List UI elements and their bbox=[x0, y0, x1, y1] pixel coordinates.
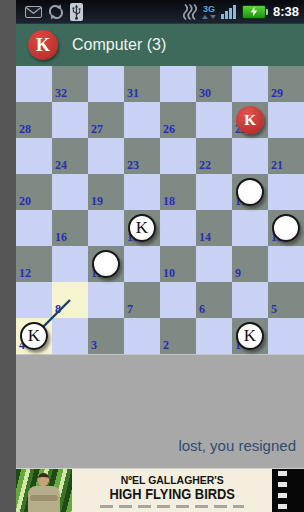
square-number: 6 bbox=[199, 302, 205, 317]
white-man-piece[interactable] bbox=[236, 178, 264, 206]
light-square[interactable] bbox=[196, 318, 232, 354]
light-square[interactable] bbox=[124, 174, 160, 210]
white-man-piece[interactable] bbox=[272, 214, 300, 242]
light-square[interactable] bbox=[16, 210, 52, 246]
data-arrows-icon bbox=[202, 15, 216, 19]
game-result-message: lost, you resigned bbox=[178, 437, 296, 454]
square-number: 21 bbox=[271, 158, 283, 173]
light-square[interactable] bbox=[160, 138, 196, 174]
battery-charging-icon bbox=[242, 5, 266, 19]
square-number: 2 bbox=[163, 338, 169, 353]
light-square[interactable] bbox=[88, 138, 124, 174]
square-10[interactable]: 10 bbox=[160, 246, 196, 282]
square-15[interactable]: 15K bbox=[124, 210, 160, 246]
ad-album-title: HIGH FLYING BIRDS bbox=[109, 487, 234, 502]
ad-banner[interactable]: NºEL GALLAGHER'S HIGH FLYING BIRDS bbox=[16, 468, 304, 512]
square-number: 22 bbox=[199, 158, 211, 173]
square-20[interactable]: 20 bbox=[16, 174, 52, 210]
square-8[interactable]: 8 bbox=[52, 282, 88, 318]
square-18[interactable]: 18 bbox=[160, 174, 196, 210]
network-waves-icon bbox=[183, 4, 197, 20]
clock: 8:38 bbox=[273, 4, 299, 19]
square-13[interactable]: 13 bbox=[268, 210, 304, 246]
light-square[interactable] bbox=[268, 318, 304, 354]
square-number: 31 bbox=[127, 86, 139, 101]
square-28[interactable]: 28 bbox=[16, 102, 52, 138]
light-square[interactable] bbox=[88, 282, 124, 318]
light-square[interactable] bbox=[268, 102, 304, 138]
game-header: K Computer (3) bbox=[16, 24, 304, 66]
light-square[interactable] bbox=[52, 246, 88, 282]
square-number: 5 bbox=[271, 302, 277, 317]
square-number: 19 bbox=[91, 194, 103, 209]
square-number: 24 bbox=[55, 158, 67, 173]
red-king-piece[interactable]: K bbox=[236, 106, 264, 134]
phone-screen: 3G 8:38 K Computer (3) 3231302928272625K… bbox=[16, 0, 304, 512]
light-square[interactable] bbox=[232, 66, 268, 102]
square-24[interactable]: 24 bbox=[52, 138, 88, 174]
square-number: 9 bbox=[235, 266, 241, 281]
square-number: 8 bbox=[55, 302, 61, 317]
ad-text-area: NºEL GALLAGHER'S HIGH FLYING BIRDS bbox=[72, 469, 272, 512]
network-type-indicator: 3G bbox=[202, 5, 216, 19]
email-icon bbox=[25, 6, 42, 18]
square-3[interactable]: 3 bbox=[88, 318, 124, 354]
light-square[interactable] bbox=[196, 246, 232, 282]
square-number: 7 bbox=[127, 302, 133, 317]
white-king-piece[interactable]: K bbox=[20, 322, 48, 350]
light-square[interactable] bbox=[232, 210, 268, 246]
square-number: 16 bbox=[55, 230, 67, 245]
light-square[interactable] bbox=[16, 66, 52, 102]
light-square[interactable] bbox=[232, 282, 268, 318]
square-number: 10 bbox=[163, 266, 175, 281]
square-number: 14 bbox=[199, 230, 211, 245]
square-29[interactable]: 29 bbox=[268, 66, 304, 102]
square-number: 12 bbox=[19, 266, 31, 281]
square-1[interactable]: 1K bbox=[232, 318, 268, 354]
white-man-piece[interactable] bbox=[92, 250, 120, 278]
light-square[interactable] bbox=[16, 282, 52, 318]
square-6[interactable]: 6 bbox=[196, 282, 232, 318]
light-square[interactable] bbox=[268, 246, 304, 282]
square-30[interactable]: 30 bbox=[196, 66, 232, 102]
opponent-avatar: K bbox=[28, 30, 58, 60]
square-number: 32 bbox=[55, 86, 67, 101]
square-19[interactable]: 19 bbox=[88, 174, 124, 210]
ad-photo bbox=[16, 469, 72, 512]
square-27[interactable]: 27 bbox=[88, 102, 124, 138]
square-number: 28 bbox=[19, 122, 31, 137]
square-14[interactable]: 14 bbox=[196, 210, 232, 246]
sync-icon bbox=[48, 4, 64, 20]
square-17[interactable]: 17 bbox=[232, 174, 268, 210]
square-9[interactable]: 9 bbox=[232, 246, 268, 282]
white-king-piece[interactable]: K bbox=[128, 214, 156, 242]
white-king-piece[interactable]: K bbox=[236, 322, 264, 350]
network-type-label: 3G bbox=[203, 5, 215, 14]
square-number: 29 bbox=[271, 86, 283, 101]
light-square[interactable] bbox=[52, 102, 88, 138]
status-bar-notifications bbox=[25, 3, 83, 21]
square-31[interactable]: 31 bbox=[124, 66, 160, 102]
square-number: 30 bbox=[199, 86, 211, 101]
light-square[interactable] bbox=[268, 174, 304, 210]
ad-fineprint bbox=[100, 505, 244, 508]
light-square[interactable] bbox=[196, 174, 232, 210]
light-square[interactable] bbox=[16, 138, 52, 174]
opponent-name: Computer (3) bbox=[72, 36, 166, 54]
film-strip-icon bbox=[272, 469, 304, 512]
square-12[interactable]: 12 bbox=[16, 246, 52, 282]
square-4[interactable]: 4K bbox=[16, 318, 52, 354]
light-square[interactable] bbox=[52, 174, 88, 210]
ad-person-figure bbox=[38, 473, 49, 486]
light-square[interactable] bbox=[232, 138, 268, 174]
light-square[interactable] bbox=[124, 246, 160, 282]
light-square[interactable] bbox=[124, 318, 160, 354]
light-square[interactable] bbox=[160, 210, 196, 246]
square-number: 20 bbox=[19, 194, 31, 209]
status-bar-system-icons: 3G 8:38 bbox=[183, 4, 299, 20]
game-status-area: lost, you resigned bbox=[16, 355, 304, 468]
square-16[interactable]: 16 bbox=[52, 210, 88, 246]
square-25[interactable]: 25K bbox=[232, 102, 268, 138]
checkers-board[interactable]: 3231302928272625K24232221201918171615K14… bbox=[16, 66, 304, 355]
square-number: 27 bbox=[91, 122, 103, 137]
square-23[interactable]: 23 bbox=[124, 138, 160, 174]
light-square[interactable] bbox=[160, 282, 196, 318]
square-5[interactable]: 5 bbox=[268, 282, 304, 318]
square-26[interactable]: 26 bbox=[160, 102, 196, 138]
square-32[interactable]: 32 bbox=[52, 66, 88, 102]
light-square[interactable] bbox=[88, 66, 124, 102]
square-number: 3 bbox=[91, 338, 97, 353]
square-number: 23 bbox=[127, 158, 139, 173]
square-7[interactable]: 7 bbox=[124, 282, 160, 318]
square-22[interactable]: 22 bbox=[196, 138, 232, 174]
light-square[interactable] bbox=[124, 102, 160, 138]
signal-strength-icon bbox=[221, 5, 237, 19]
square-number: 18 bbox=[163, 194, 175, 209]
android-status-bar[interactable]: 3G 8:38 bbox=[16, 0, 304, 24]
light-square[interactable] bbox=[52, 318, 88, 354]
light-square[interactable] bbox=[196, 102, 232, 138]
light-square[interactable] bbox=[160, 66, 196, 102]
square-11[interactable]: 11 bbox=[88, 246, 124, 282]
square-2[interactable]: 2 bbox=[160, 318, 196, 354]
light-square[interactable] bbox=[88, 210, 124, 246]
square-21[interactable]: 21 bbox=[268, 138, 304, 174]
square-number: 26 bbox=[163, 122, 175, 137]
usb-icon bbox=[70, 3, 83, 21]
